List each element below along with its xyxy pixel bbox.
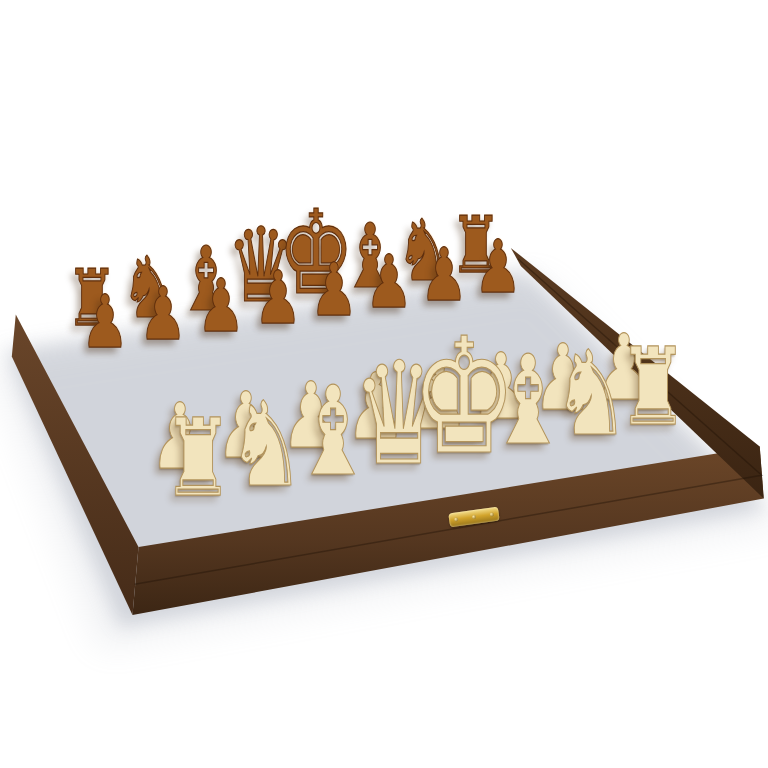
clasp-screw	[472, 515, 477, 520]
chess-set-photo: ♜♞♝♛♚♝♞♜♟♟♟♟♟♟♟♟♟♟♟♟♟♟♟♟♜♞♝♛♚♝♞♜	[0, 0, 768, 768]
box-sides-and-shadow	[0, 0, 768, 768]
clasp-screw	[489, 512, 494, 517]
clasp-screw	[454, 517, 459, 522]
